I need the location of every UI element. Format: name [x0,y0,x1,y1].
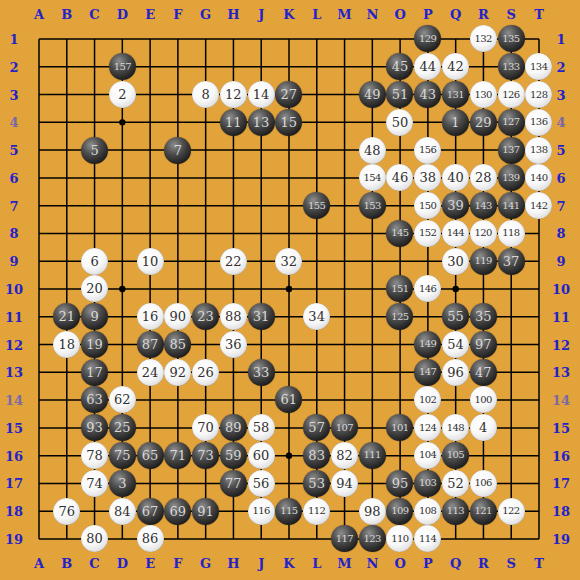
point-P3[interactable]: 43 [414,81,442,109]
point-L4[interactable] [303,108,331,136]
point-P17[interactable]: 103 [414,469,442,497]
point-K17[interactable] [275,469,303,497]
point-N12[interactable] [358,331,386,359]
point-D9[interactable] [108,247,136,275]
point-D3[interactable]: 2 [108,81,136,109]
point-P14[interactable]: 102 [414,386,442,414]
point-C15[interactable]: 93 [81,414,109,442]
point-B16[interactable] [53,442,81,470]
point-E8[interactable] [136,219,164,247]
point-G3[interactable]: 8 [192,81,220,109]
point-C8[interactable] [81,219,109,247]
point-B6[interactable] [53,164,81,192]
point-R13[interactable]: 47 [469,358,497,386]
point-E13[interactable]: 24 [136,358,164,386]
point-K16[interactable] [275,442,303,470]
point-O13[interactable] [386,358,414,386]
point-M14[interactable] [331,386,359,414]
point-S6[interactable]: 139 [497,164,525,192]
point-A17[interactable] [25,469,53,497]
point-C14[interactable]: 63 [81,386,109,414]
point-J3[interactable]: 14 [247,81,275,109]
point-A10[interactable] [25,275,53,303]
point-A2[interactable] [25,53,53,81]
point-N4[interactable] [358,108,386,136]
point-O17[interactable]: 95 [386,469,414,497]
point-A11[interactable] [25,303,53,331]
point-B17[interactable] [53,469,81,497]
point-E18[interactable]: 67 [136,497,164,525]
point-Q5[interactable] [442,136,470,164]
point-D2[interactable]: 157 [108,53,136,81]
point-T13[interactable] [525,358,553,386]
point-T8[interactable] [525,219,553,247]
point-K6[interactable] [275,164,303,192]
point-N15[interactable] [358,414,386,442]
point-N17[interactable] [358,469,386,497]
point-R14[interactable]: 100 [469,386,497,414]
point-J1[interactable] [247,25,275,53]
point-B5[interactable] [53,136,81,164]
point-B10[interactable] [53,275,81,303]
point-F8[interactable] [164,219,192,247]
point-E7[interactable] [136,192,164,220]
point-F11[interactable]: 90 [164,303,192,331]
point-L5[interactable] [303,136,331,164]
point-J7[interactable] [247,192,275,220]
point-M12[interactable] [331,331,359,359]
point-A15[interactable] [25,414,53,442]
point-C12[interactable]: 19 [81,331,109,359]
point-R3[interactable]: 130 [469,81,497,109]
point-K8[interactable] [275,219,303,247]
point-S8[interactable]: 118 [497,219,525,247]
point-F17[interactable] [164,469,192,497]
point-N6[interactable]: 154 [358,164,386,192]
point-S17[interactable] [497,469,525,497]
point-E1[interactable] [136,25,164,53]
point-S15[interactable] [497,414,525,442]
point-O7[interactable] [386,192,414,220]
point-D7[interactable] [108,192,136,220]
point-F18[interactable]: 69 [164,497,192,525]
point-N7[interactable]: 153 [358,192,386,220]
point-B11[interactable]: 21 [53,303,81,331]
point-L2[interactable] [303,53,331,81]
point-H1[interactable] [219,25,247,53]
point-K19[interactable] [275,525,303,553]
point-R9[interactable]: 119 [469,247,497,275]
point-S16[interactable] [497,442,525,470]
point-N9[interactable] [358,247,386,275]
point-M3[interactable] [331,81,359,109]
point-R16[interactable] [469,442,497,470]
point-H15[interactable]: 89 [219,414,247,442]
point-G10[interactable] [192,275,220,303]
point-H9[interactable]: 22 [219,247,247,275]
point-D10[interactable] [108,275,136,303]
point-E17[interactable] [136,469,164,497]
point-F16[interactable]: 71 [164,442,192,470]
point-O12[interactable] [386,331,414,359]
point-P15[interactable]: 124 [414,414,442,442]
point-T15[interactable] [525,414,553,442]
point-B2[interactable] [53,53,81,81]
point-T11[interactable] [525,303,553,331]
point-H17[interactable]: 77 [219,469,247,497]
point-M10[interactable] [331,275,359,303]
point-F7[interactable] [164,192,192,220]
point-N18[interactable]: 98 [358,497,386,525]
point-B3[interactable] [53,81,81,109]
point-O5[interactable] [386,136,414,164]
point-A6[interactable] [25,164,53,192]
point-J19[interactable] [247,525,275,553]
point-T5[interactable]: 138 [525,136,553,164]
point-G15[interactable]: 70 [192,414,220,442]
point-R8[interactable]: 120 [469,219,497,247]
point-R4[interactable]: 29 [469,108,497,136]
point-C17[interactable]: 74 [81,469,109,497]
point-P10[interactable]: 146 [414,275,442,303]
point-D8[interactable] [108,219,136,247]
point-O15[interactable]: 101 [386,414,414,442]
point-B9[interactable] [53,247,81,275]
point-M16[interactable]: 82 [331,442,359,470]
point-R6[interactable]: 28 [469,164,497,192]
point-M19[interactable]: 117 [331,525,359,553]
point-T1[interactable] [525,25,553,53]
point-N19[interactable]: 123 [358,525,386,553]
point-B13[interactable] [53,358,81,386]
point-B15[interactable] [53,414,81,442]
point-R11[interactable]: 35 [469,303,497,331]
point-S12[interactable] [497,331,525,359]
point-L17[interactable]: 53 [303,469,331,497]
point-R17[interactable]: 106 [469,469,497,497]
point-M5[interactable] [331,136,359,164]
point-K5[interactable] [275,136,303,164]
point-Q7[interactable]: 39 [442,192,470,220]
point-N5[interactable]: 48 [358,136,386,164]
point-P8[interactable]: 152 [414,219,442,247]
point-G1[interactable] [192,25,220,53]
point-D17[interactable]: 3 [108,469,136,497]
point-M1[interactable] [331,25,359,53]
point-Q15[interactable]: 148 [442,414,470,442]
point-C6[interactable] [81,164,109,192]
point-H6[interactable] [219,164,247,192]
point-F19[interactable] [164,525,192,553]
point-K14[interactable]: 61 [275,386,303,414]
point-B18[interactable]: 76 [53,497,81,525]
point-D16[interactable]: 75 [108,442,136,470]
point-F3[interactable] [164,81,192,109]
point-L18[interactable]: 112 [303,497,331,525]
point-D13[interactable] [108,358,136,386]
point-J6[interactable] [247,164,275,192]
point-D4[interactable] [108,108,136,136]
point-G8[interactable] [192,219,220,247]
point-F5[interactable]: 7 [164,136,192,164]
point-J15[interactable]: 58 [247,414,275,442]
point-B19[interactable] [53,525,81,553]
point-N10[interactable] [358,275,386,303]
point-L1[interactable] [303,25,331,53]
point-B8[interactable] [53,219,81,247]
point-T7[interactable]: 142 [525,192,553,220]
point-H4[interactable]: 11 [219,108,247,136]
point-P6[interactable]: 38 [414,164,442,192]
point-E14[interactable] [136,386,164,414]
point-G13[interactable]: 26 [192,358,220,386]
point-R5[interactable] [469,136,497,164]
point-J11[interactable]: 31 [247,303,275,331]
point-G2[interactable] [192,53,220,81]
point-F9[interactable] [164,247,192,275]
point-J12[interactable] [247,331,275,359]
point-K12[interactable] [275,331,303,359]
point-T10[interactable] [525,275,553,303]
point-L15[interactable]: 57 [303,414,331,442]
point-G12[interactable] [192,331,220,359]
point-L14[interactable] [303,386,331,414]
point-H3[interactable]: 12 [219,81,247,109]
point-D14[interactable]: 62 [108,386,136,414]
point-A3[interactable] [25,81,53,109]
point-S2[interactable]: 133 [497,53,525,81]
point-S14[interactable] [497,386,525,414]
point-P18[interactable]: 108 [414,497,442,525]
point-N2[interactable] [358,53,386,81]
point-O11[interactable]: 125 [386,303,414,331]
point-A14[interactable] [25,386,53,414]
point-S9[interactable]: 37 [497,247,525,275]
point-K13[interactable] [275,358,303,386]
point-S4[interactable]: 127 [497,108,525,136]
point-R19[interactable] [469,525,497,553]
point-D12[interactable] [108,331,136,359]
point-C13[interactable]: 17 [81,358,109,386]
point-K18[interactable]: 115 [275,497,303,525]
point-K10[interactable] [275,275,303,303]
point-T9[interactable] [525,247,553,275]
point-C19[interactable]: 80 [81,525,109,553]
point-T17[interactable] [525,469,553,497]
point-K1[interactable] [275,25,303,53]
point-D11[interactable] [108,303,136,331]
point-H12[interactable]: 36 [219,331,247,359]
point-A9[interactable] [25,247,53,275]
point-H14[interactable] [219,386,247,414]
point-L3[interactable] [303,81,331,109]
point-C10[interactable]: 20 [81,275,109,303]
point-K11[interactable] [275,303,303,331]
point-K15[interactable] [275,414,303,442]
point-J9[interactable] [247,247,275,275]
point-P9[interactable] [414,247,442,275]
point-C5[interactable]: 5 [81,136,109,164]
point-N11[interactable] [358,303,386,331]
point-G16[interactable]: 73 [192,442,220,470]
point-A8[interactable] [25,219,53,247]
point-N16[interactable]: 111 [358,442,386,470]
point-Q1[interactable] [442,25,470,53]
point-L8[interactable] [303,219,331,247]
point-A16[interactable] [25,442,53,470]
point-A5[interactable] [25,136,53,164]
point-A13[interactable] [25,358,53,386]
point-D18[interactable]: 84 [108,497,136,525]
point-T18[interactable] [525,497,553,525]
point-E5[interactable] [136,136,164,164]
point-M13[interactable] [331,358,359,386]
point-S13[interactable] [497,358,525,386]
point-E15[interactable] [136,414,164,442]
point-A1[interactable] [25,25,53,53]
point-J18[interactable]: 116 [247,497,275,525]
point-S7[interactable]: 141 [497,192,525,220]
point-M2[interactable] [331,53,359,81]
point-P13[interactable]: 147 [414,358,442,386]
point-O14[interactable] [386,386,414,414]
point-J2[interactable] [247,53,275,81]
point-Q12[interactable]: 54 [442,331,470,359]
point-L19[interactable] [303,525,331,553]
point-Q8[interactable]: 144 [442,219,470,247]
point-F14[interactable] [164,386,192,414]
point-H7[interactable] [219,192,247,220]
point-M15[interactable]: 107 [331,414,359,442]
point-S5[interactable]: 137 [497,136,525,164]
point-D19[interactable] [108,525,136,553]
point-P11[interactable] [414,303,442,331]
point-S18[interactable]: 122 [497,497,525,525]
point-E16[interactable]: 65 [136,442,164,470]
point-O8[interactable]: 145 [386,219,414,247]
point-T4[interactable]: 136 [525,108,553,136]
point-G17[interactable] [192,469,220,497]
point-R15[interactable]: 4 [469,414,497,442]
point-J14[interactable] [247,386,275,414]
point-H11[interactable]: 88 [219,303,247,331]
point-B1[interactable] [53,25,81,53]
point-D5[interactable] [108,136,136,164]
point-T16[interactable] [525,442,553,470]
point-T6[interactable]: 140 [525,164,553,192]
point-E10[interactable] [136,275,164,303]
point-T3[interactable]: 128 [525,81,553,109]
point-N3[interactable]: 49 [358,81,386,109]
point-J4[interactable]: 13 [247,108,275,136]
point-F1[interactable] [164,25,192,53]
point-P2[interactable]: 44 [414,53,442,81]
point-Q18[interactable]: 113 [442,497,470,525]
point-P4[interactable] [414,108,442,136]
point-O18[interactable]: 109 [386,497,414,525]
point-F12[interactable]: 85 [164,331,192,359]
point-F2[interactable] [164,53,192,81]
point-Q9[interactable]: 30 [442,247,470,275]
point-Q16[interactable]: 105 [442,442,470,470]
point-G4[interactable] [192,108,220,136]
point-P19[interactable]: 114 [414,525,442,553]
point-E3[interactable] [136,81,164,109]
point-R18[interactable]: 121 [469,497,497,525]
point-G18[interactable]: 91 [192,497,220,525]
point-O6[interactable]: 46 [386,164,414,192]
point-M8[interactable] [331,219,359,247]
point-D15[interactable]: 25 [108,414,136,442]
point-S10[interactable] [497,275,525,303]
point-O3[interactable]: 51 [386,81,414,109]
point-O10[interactable]: 151 [386,275,414,303]
point-E19[interactable]: 86 [136,525,164,553]
point-P12[interactable]: 149 [414,331,442,359]
point-R1[interactable]: 132 [469,25,497,53]
point-S1[interactable]: 135 [497,25,525,53]
point-P1[interactable]: 129 [414,25,442,53]
point-O2[interactable]: 45 [386,53,414,81]
point-R7[interactable]: 143 [469,192,497,220]
point-G11[interactable]: 23 [192,303,220,331]
point-M4[interactable] [331,108,359,136]
point-C2[interactable] [81,53,109,81]
point-R2[interactable] [469,53,497,81]
point-H19[interactable] [219,525,247,553]
point-B12[interactable]: 18 [53,331,81,359]
point-T2[interactable]: 134 [525,53,553,81]
point-L6[interactable] [303,164,331,192]
point-H2[interactable] [219,53,247,81]
point-C7[interactable] [81,192,109,220]
point-Q17[interactable]: 52 [442,469,470,497]
point-D6[interactable] [108,164,136,192]
point-Q6[interactable]: 40 [442,164,470,192]
point-T12[interactable] [525,331,553,359]
point-C1[interactable] [81,25,109,53]
point-N1[interactable] [358,25,386,53]
point-K3[interactable]: 27 [275,81,303,109]
point-S11[interactable] [497,303,525,331]
point-O4[interactable]: 50 [386,108,414,136]
point-K4[interactable]: 15 [275,108,303,136]
point-J8[interactable] [247,219,275,247]
point-C16[interactable]: 78 [81,442,109,470]
point-B4[interactable] [53,108,81,136]
point-S19[interactable] [497,525,525,553]
point-A18[interactable] [25,497,53,525]
point-K9[interactable]: 32 [275,247,303,275]
point-M17[interactable]: 94 [331,469,359,497]
point-R12[interactable]: 97 [469,331,497,359]
point-F13[interactable]: 92 [164,358,192,386]
point-G9[interactable] [192,247,220,275]
point-C9[interactable]: 6 [81,247,109,275]
point-S3[interactable]: 126 [497,81,525,109]
point-M7[interactable] [331,192,359,220]
point-N14[interactable] [358,386,386,414]
point-Q19[interactable] [442,525,470,553]
point-N8[interactable] [358,219,386,247]
point-C4[interactable] [81,108,109,136]
point-G6[interactable] [192,164,220,192]
point-E9[interactable]: 10 [136,247,164,275]
point-L13[interactable] [303,358,331,386]
point-H5[interactable] [219,136,247,164]
point-L16[interactable]: 83 [303,442,331,470]
point-A19[interactable] [25,525,53,553]
